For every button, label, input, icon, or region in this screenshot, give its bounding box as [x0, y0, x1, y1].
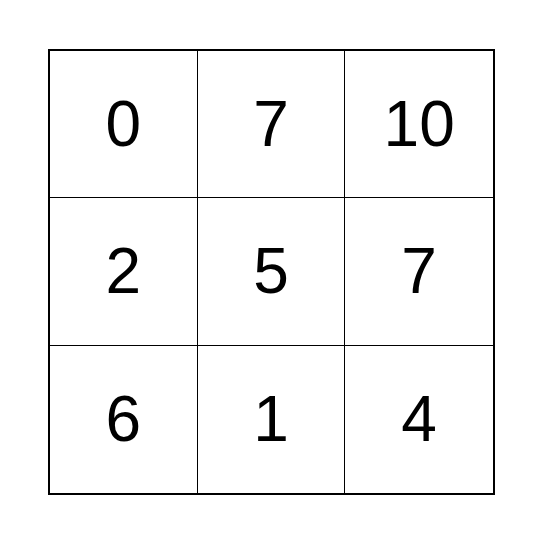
cell-r2c2: 4 [345, 346, 493, 493]
cell-r2c1: 1 [198, 346, 346, 493]
cell-r1c1: 5 [198, 198, 346, 345]
cell-r1c0: 2 [50, 198, 198, 345]
cell-r0c1: 7 [198, 51, 346, 198]
cell-r0c2: 10 [345, 51, 493, 198]
cell-r1c2: 7 [345, 198, 493, 345]
number-grid-board: 0 7 10 2 5 7 6 1 4 [48, 49, 495, 495]
cell-r0c0: 0 [50, 51, 198, 198]
cell-r2c0: 6 [50, 346, 198, 493]
